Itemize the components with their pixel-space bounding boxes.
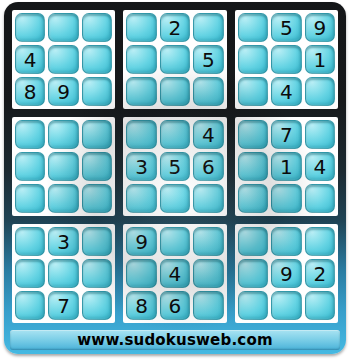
- cell-r7c2[interactable]: 3: [48, 227, 78, 256]
- cell-r5c6[interactable]: 6: [193, 152, 223, 181]
- cell-r6c9[interactable]: [305, 184, 335, 213]
- cell-r2c5[interactable]: [160, 45, 190, 74]
- cell-r8c3[interactable]: [82, 259, 112, 288]
- cell-r9c4[interactable]: 8: [126, 291, 156, 320]
- cell-r2c3[interactable]: [82, 45, 112, 74]
- site-url-watermark: www.sudokusweb.com: [77, 331, 272, 349]
- cell-r1c8[interactable]: 5: [271, 13, 301, 42]
- cell-r5c3[interactable]: [82, 152, 112, 181]
- cell-r6c6[interactable]: [193, 184, 223, 213]
- cell-r4c5[interactable]: [160, 120, 190, 149]
- cell-r5c7[interactable]: [238, 152, 268, 181]
- sudoku-box-3: 5914: [235, 10, 338, 109]
- sudoku-box-7: 37: [12, 224, 115, 323]
- cell-r1c9[interactable]: 9: [305, 13, 335, 42]
- cell-r8c6[interactable]: [193, 259, 223, 288]
- cell-r2c4[interactable]: [126, 45, 156, 74]
- footer-band: www.sudokusweb.com: [10, 330, 340, 350]
- cell-r4c4[interactable]: [126, 120, 156, 149]
- sudoku-box-5: 4356: [123, 117, 226, 216]
- cell-r2c8[interactable]: [271, 45, 301, 74]
- cell-r6c3[interactable]: [82, 184, 112, 213]
- cell-r6c5[interactable]: [160, 184, 190, 213]
- cell-r9c8[interactable]: [271, 291, 301, 320]
- cell-r4c1[interactable]: [15, 120, 45, 149]
- cell-r8c1[interactable]: [15, 259, 45, 288]
- cell-r1c5[interactable]: 2: [160, 13, 190, 42]
- cell-r4c3[interactable]: [82, 120, 112, 149]
- cell-r3c4[interactable]: [126, 77, 156, 106]
- cell-r5c9[interactable]: 4: [305, 152, 335, 181]
- sudoku-box-8: 9486: [123, 224, 226, 323]
- cell-r3c1[interactable]: 8: [15, 77, 45, 106]
- cell-r2c1[interactable]: 4: [15, 45, 45, 74]
- cell-r5c2[interactable]: [48, 152, 78, 181]
- cell-r8c7[interactable]: [238, 259, 268, 288]
- cell-r6c4[interactable]: [126, 184, 156, 213]
- sudoku-box-4: [12, 117, 115, 216]
- cell-r3c3[interactable]: [82, 77, 112, 106]
- sudoku-board: 489255914435671437948692: [12, 10, 338, 323]
- cell-r6c1[interactable]: [15, 184, 45, 213]
- cell-r7c7[interactable]: [238, 227, 268, 256]
- cell-r8c4[interactable]: [126, 259, 156, 288]
- cell-r3c5[interactable]: [160, 77, 190, 106]
- cell-r3c9[interactable]: [305, 77, 335, 106]
- cell-r7c8[interactable]: [271, 227, 301, 256]
- cell-r2c6[interactable]: 5: [193, 45, 223, 74]
- cell-r9c1[interactable]: [15, 291, 45, 320]
- cell-r9c3[interactable]: [82, 291, 112, 320]
- cell-r6c7[interactable]: [238, 184, 268, 213]
- cell-r7c9[interactable]: [305, 227, 335, 256]
- cell-r4c8[interactable]: 7: [271, 120, 301, 149]
- cell-r1c2[interactable]: [48, 13, 78, 42]
- cell-r3c7[interactable]: [238, 77, 268, 106]
- cell-r1c3[interactable]: [82, 13, 112, 42]
- cell-r9c6[interactable]: [193, 291, 223, 320]
- cell-r7c5[interactable]: [160, 227, 190, 256]
- cell-r6c2[interactable]: [48, 184, 78, 213]
- cell-r3c8[interactable]: 4: [271, 77, 301, 106]
- cell-r1c6[interactable]: [193, 13, 223, 42]
- cell-r1c7[interactable]: [238, 13, 268, 42]
- sudoku-box-1: 489: [12, 10, 115, 109]
- sudoku-card-frame: 489255914435671437948692 www.sudokusweb.…: [4, 2, 346, 354]
- cell-r5c5[interactable]: 5: [160, 152, 190, 181]
- cell-r9c5[interactable]: 6: [160, 291, 190, 320]
- cell-r3c6[interactable]: [193, 77, 223, 106]
- cell-r9c7[interactable]: [238, 291, 268, 320]
- cell-r8c9[interactable]: 2: [305, 259, 335, 288]
- cell-r3c2[interactable]: 9: [48, 77, 78, 106]
- sudoku-box-9: 92: [235, 224, 338, 323]
- sudoku-box-6: 714: [235, 117, 338, 216]
- cell-r2c2[interactable]: [48, 45, 78, 74]
- cell-r4c9[interactable]: [305, 120, 335, 149]
- cell-r1c1[interactable]: [15, 13, 45, 42]
- cell-r5c1[interactable]: [15, 152, 45, 181]
- cell-r2c9[interactable]: 1: [305, 45, 335, 74]
- cell-r8c2[interactable]: [48, 259, 78, 288]
- cell-r8c8[interactable]: 9: [271, 259, 301, 288]
- cell-r5c8[interactable]: 1: [271, 152, 301, 181]
- cell-r7c3[interactable]: [82, 227, 112, 256]
- sudoku-box-2: 25: [123, 10, 226, 109]
- cell-r7c4[interactable]: 9: [126, 227, 156, 256]
- cell-r9c9[interactable]: [305, 291, 335, 320]
- cell-r4c2[interactable]: [48, 120, 78, 149]
- cell-r2c7[interactable]: [238, 45, 268, 74]
- cell-r9c2[interactable]: 7: [48, 291, 78, 320]
- cell-r4c7[interactable]: [238, 120, 268, 149]
- cell-r7c1[interactable]: [15, 227, 45, 256]
- cell-r5c4[interactable]: 3: [126, 152, 156, 181]
- cell-r7c6[interactable]: [193, 227, 223, 256]
- cell-r8c5[interactable]: 4: [160, 259, 190, 288]
- cell-r1c4[interactable]: [126, 13, 156, 42]
- cell-r6c8[interactable]: [271, 184, 301, 213]
- cell-r4c6[interactable]: 4: [193, 120, 223, 149]
